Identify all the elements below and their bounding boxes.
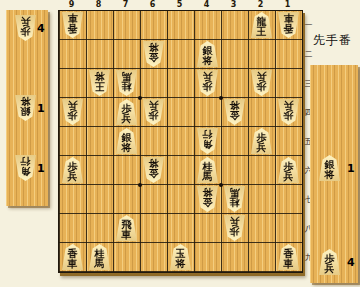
board-cell-5七[interactable]: [167, 185, 194, 214]
board-cell-7六[interactable]: [113, 156, 140, 185]
board-cell-1八[interactable]: [275, 214, 302, 243]
board-cell-8七[interactable]: [86, 185, 113, 214]
board-cell-5二[interactable]: [167, 40, 194, 69]
file-labels: 987654321: [58, 0, 301, 9]
file-label-3: 3: [220, 0, 247, 9]
hand-piece-sente-銀将[interactable]: 銀将: [319, 155, 340, 181]
board-cell-5八[interactable]: [167, 214, 194, 243]
board-cell-8五[interactable]: [86, 127, 113, 156]
board-cell-5五[interactable]: [167, 127, 194, 156]
board-cell-8八[interactable]: [86, 214, 113, 243]
sente-hand-tray: 銀将1歩兵4: [310, 65, 358, 283]
board-cell-9三[interactable]: [59, 69, 86, 98]
board-cell-2二[interactable]: [248, 40, 275, 69]
board-cell-8二[interactable]: [86, 40, 113, 69]
hand-count-gote-銀将: 1: [37, 102, 45, 115]
file-label-7: 7: [112, 0, 139, 9]
rank-label-二: 二: [303, 49, 314, 60]
board-cell-6九[interactable]: [140, 243, 167, 272]
board-cell-5四[interactable]: [167, 98, 194, 127]
board-cell-3五[interactable]: [221, 127, 248, 156]
hand-piece-sente-歩兵[interactable]: 歩兵: [319, 249, 340, 275]
file-label-4: 4: [193, 0, 220, 9]
gote-hand-tray: 歩兵4銀将1角行1: [6, 10, 48, 206]
board-cell-6七[interactable]: [140, 185, 167, 214]
board-cell-4一[interactable]: [194, 11, 221, 40]
board-cell-3九[interactable]: [221, 243, 248, 272]
hoshi-dot: [219, 183, 223, 187]
board-cell-1七[interactable]: [275, 185, 302, 214]
board-cell-5三[interactable]: [167, 69, 194, 98]
board-cell-9七[interactable]: [59, 185, 86, 214]
board-cell-6五[interactable]: [140, 127, 167, 156]
board-cell-9五[interactable]: [59, 127, 86, 156]
hoshi-dot: [138, 183, 142, 187]
shogi-app-screen: { "game": "shogi", "turn_label": "先手番", …: [0, 0, 360, 287]
board-cell-7七[interactable]: [113, 185, 140, 214]
file-label-6: 6: [139, 0, 166, 9]
file-label-5: 5: [166, 0, 193, 9]
board-cell-1三[interactable]: [275, 69, 302, 98]
hand-piece-gote-銀将[interactable]: 銀将: [15, 95, 36, 121]
board-cell-2八[interactable]: [248, 214, 275, 243]
board-cell-8一[interactable]: [86, 11, 113, 40]
board-cell-4八[interactable]: [194, 214, 221, 243]
board-cell-6八[interactable]: [140, 214, 167, 243]
board-cell-3一[interactable]: [221, 11, 248, 40]
board-cell-4四[interactable]: [194, 98, 221, 127]
board-cell-9八[interactable]: [59, 214, 86, 243]
hand-piece-gote-角行[interactable]: 角行: [15, 155, 36, 181]
board-cell-2四[interactable]: [248, 98, 275, 127]
hoshi-dot: [219, 96, 223, 100]
shogi-board[interactable]: 香車龍王香車金将銀将王将桂馬歩兵歩兵歩兵歩兵歩兵金将歩兵銀将角行歩兵歩兵金将桂馬…: [58, 10, 303, 273]
rank-label-一: 一: [303, 20, 314, 31]
hoshi-dot: [138, 96, 142, 100]
hand-piece-gote-歩兵[interactable]: 歩兵: [15, 15, 36, 41]
board-cell-7一[interactable]: [113, 11, 140, 40]
hand-count-sente-銀将: 1: [347, 162, 355, 175]
board-cell-6一[interactable]: [140, 11, 167, 40]
turn-indicator: 先手番: [313, 33, 359, 48]
board-cell-8六[interactable]: [86, 156, 113, 185]
file-label-9: 9: [58, 0, 85, 9]
hand-count-sente-歩兵: 4: [347, 256, 355, 269]
hand-count-gote-歩兵: 4: [37, 22, 45, 35]
board-cell-6三[interactable]: [140, 69, 167, 98]
board-cell-3三[interactable]: [221, 69, 248, 98]
board-cell-1五[interactable]: [275, 127, 302, 156]
board-cell-1二[interactable]: [275, 40, 302, 69]
file-label-8: 8: [85, 0, 112, 9]
board-cell-4九[interactable]: [194, 243, 221, 272]
file-label-2: 2: [247, 0, 274, 9]
board-cell-7九[interactable]: [113, 243, 140, 272]
board-cell-3二[interactable]: [221, 40, 248, 69]
board-cell-5一[interactable]: [167, 11, 194, 40]
board-cell-2九[interactable]: [248, 243, 275, 272]
board-cell-8四[interactable]: [86, 98, 113, 127]
board-cell-3六[interactable]: [221, 156, 248, 185]
board-cell-5六[interactable]: [167, 156, 194, 185]
file-label-1: 1: [274, 0, 301, 9]
hand-count-gote-角行: 1: [37, 162, 45, 175]
board-cell-2七[interactable]: [248, 185, 275, 214]
board-cell-7二[interactable]: [113, 40, 140, 69]
board-cell-9二[interactable]: [59, 40, 86, 69]
board-cell-2六[interactable]: [248, 156, 275, 185]
